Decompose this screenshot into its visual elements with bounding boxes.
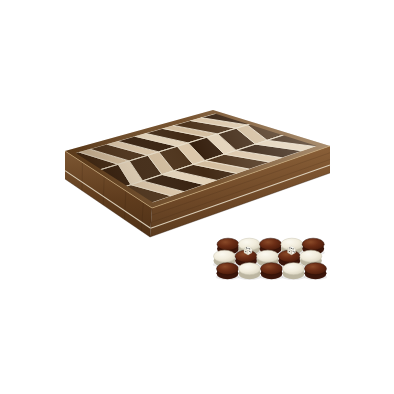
checker-top (217, 238, 239, 250)
checker-top (305, 263, 327, 275)
die-pip (293, 251, 294, 252)
die-pip (247, 248, 248, 249)
checker-white[interactable] (238, 263, 262, 280)
checker-top (257, 250, 279, 262)
checker-brown[interactable] (216, 263, 240, 280)
die-pip (249, 251, 250, 252)
checker-brown[interactable] (304, 263, 328, 280)
die-pip (245, 251, 246, 252)
checker-top (283, 263, 305, 275)
closed-backgammon-case (62, 105, 369, 237)
checker-top (239, 263, 261, 275)
product-photo-backgammon-set (0, 0, 394, 394)
die-pip (293, 248, 294, 249)
checker-white[interactable] (282, 263, 306, 280)
marquetry-piece-dark (298, 124, 368, 135)
checkers-tray (213, 238, 328, 280)
die-pip (289, 251, 290, 252)
marquetry-piece-dark (277, 110, 318, 130)
checker-top (302, 238, 324, 250)
checker-top (300, 250, 322, 262)
die-pip (249, 248, 250, 249)
checker-top (261, 263, 283, 275)
die-pip (246, 247, 247, 248)
die-pip (291, 248, 292, 249)
die-pip (250, 251, 251, 252)
scene-svg (0, 0, 394, 394)
die-pip (289, 247, 290, 248)
checker-top (260, 238, 282, 250)
die-pip (294, 251, 295, 252)
marquetry-piece-dark (229, 105, 296, 116)
checker-top (214, 250, 236, 262)
checker-brown[interactable] (260, 263, 284, 280)
checker-top (217, 263, 239, 275)
